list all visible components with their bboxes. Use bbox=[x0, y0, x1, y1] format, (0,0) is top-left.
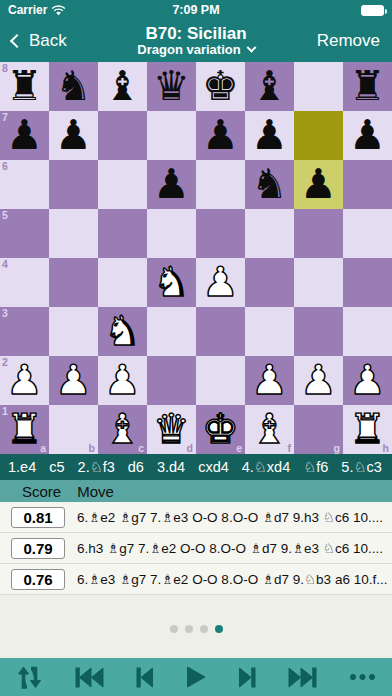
square-h7[interactable]: ♟ bbox=[343, 111, 392, 160]
score-column-header: Score bbox=[22, 483, 61, 500]
square-h1[interactable]: h♜ bbox=[343, 405, 392, 454]
square-d5[interactable] bbox=[147, 209, 196, 258]
back-label: Back bbox=[29, 31, 67, 51]
black-pawn[interactable]: ♟ bbox=[6, 111, 43, 160]
square-g8[interactable] bbox=[294, 62, 343, 111]
score-badge: 0.79 bbox=[11, 538, 65, 559]
square-g3[interactable] bbox=[294, 307, 343, 356]
black-pawn[interactable]: ♟ bbox=[153, 160, 190, 209]
score-badge: 0.81 bbox=[11, 507, 65, 528]
square-a1[interactable]: 1a♜ bbox=[0, 405, 49, 454]
square-g4[interactable] bbox=[294, 258, 343, 307]
square-b2[interactable]: ♟ bbox=[49, 356, 98, 405]
nav-bar: Back B70: Sicilian Dragon variation Remo… bbox=[0, 20, 392, 62]
square-e2[interactable] bbox=[196, 356, 245, 405]
step-back-button[interactable] bbox=[136, 667, 154, 688]
file-label: d bbox=[187, 443, 193, 454]
square-f1[interactable]: f♝ bbox=[245, 405, 294, 454]
rank-label: 7 bbox=[2, 112, 8, 123]
page-dot[interactable] bbox=[170, 625, 178, 633]
square-h6[interactable] bbox=[343, 160, 392, 209]
square-d4[interactable]: ♞ bbox=[147, 258, 196, 307]
square-e6[interactable] bbox=[196, 160, 245, 209]
playback-toolbar bbox=[0, 658, 392, 696]
white-pawn[interactable]: ♟ bbox=[349, 356, 386, 405]
white-king[interactable]: ♚ bbox=[202, 405, 239, 454]
page-dot[interactable] bbox=[185, 625, 193, 633]
rank-label: 2 bbox=[2, 357, 8, 368]
white-bishop[interactable]: ♝ bbox=[251, 405, 288, 454]
square-h4[interactable] bbox=[343, 258, 392, 307]
black-queen[interactable]: ♛ bbox=[153, 62, 190, 111]
square-f8[interactable]: ♝ bbox=[245, 62, 294, 111]
square-c5[interactable] bbox=[98, 209, 147, 258]
black-king[interactable]: ♚ bbox=[202, 62, 239, 111]
square-f3[interactable] bbox=[245, 307, 294, 356]
square-c7[interactable] bbox=[98, 111, 147, 160]
file-label: f bbox=[288, 443, 292, 454]
chevron-left-icon bbox=[10, 34, 24, 48]
move-token[interactable]: 4.♘xd4 bbox=[240, 458, 292, 476]
square-d6[interactable]: ♟ bbox=[147, 160, 196, 209]
move-token[interactable]: ♘f6 bbox=[301, 458, 330, 476]
move-token[interactable]: d6 bbox=[126, 458, 146, 476]
white-pawn[interactable]: ♟ bbox=[202, 258, 239, 307]
black-knight[interactable]: ♞ bbox=[251, 160, 288, 209]
white-bishop[interactable]: ♝ bbox=[104, 405, 141, 454]
clock: 7:09 PM bbox=[0, 3, 392, 17]
rank-label: 1 bbox=[2, 406, 8, 417]
square-e7[interactable]: ♟ bbox=[196, 111, 245, 160]
square-e1[interactable]: e♚ bbox=[196, 405, 245, 454]
back-button[interactable]: Back bbox=[12, 31, 67, 51]
square-f6[interactable]: ♞ bbox=[245, 160, 294, 209]
rank-label: 5 bbox=[2, 210, 8, 221]
black-pawn[interactable]: ♟ bbox=[55, 111, 92, 160]
move-list-bar: 1.e4c52.♘f3d63.d4cxd44.♘xd4♘f65.♘c3g6 bbox=[0, 454, 392, 480]
square-g2[interactable]: ♟ bbox=[294, 356, 343, 405]
square-c3[interactable]: ♞ bbox=[98, 307, 147, 356]
square-h5[interactable] bbox=[343, 209, 392, 258]
square-h2[interactable]: ♟ bbox=[343, 356, 392, 405]
square-h3[interactable] bbox=[343, 307, 392, 356]
white-knight[interactable]: ♞ bbox=[104, 307, 141, 356]
move-line-text: 6.♗e3 ♗g7 7.♗e2 O-O 8.O-O ♗d7 9.♘b3 a6 1… bbox=[77, 571, 392, 587]
white-pawn[interactable]: ♟ bbox=[300, 356, 337, 405]
chess-board: 8♜♞♝♛♚♝♜7♟♟♟♟♟6♟♞♟54♞♟3♞2♟♟♟♟♟♟1a♜bc♝d♛e… bbox=[0, 62, 392, 454]
candidate-line-row[interactable]: 0.766.♗e3 ♗g7 7.♗e2 O-O 8.O-O ♗d7 9.♘b3 … bbox=[0, 564, 392, 595]
move-token[interactable]: 1.e4 bbox=[6, 458, 38, 476]
square-a8[interactable]: 8♜ bbox=[0, 62, 49, 111]
move-column-header: Move bbox=[77, 483, 114, 500]
square-d7[interactable] bbox=[147, 111, 196, 160]
candidate-lines-table: 0.816.♗e2 ♗g7 7.♗e3 O-O 8.O-O ♗d7 9.h3 ♘… bbox=[0, 502, 392, 595]
flip-board-button[interactable] bbox=[16, 664, 43, 690]
square-a5[interactable]: 5 bbox=[0, 209, 49, 258]
square-d1[interactable]: d♛ bbox=[147, 405, 196, 454]
candidate-line-row[interactable]: 0.816.♗e2 ♗g7 7.♗e3 O-O 8.O-O ♗d7 9.h3 ♘… bbox=[0, 502, 392, 533]
square-g7[interactable] bbox=[294, 111, 343, 160]
battery-icon bbox=[361, 5, 384, 16]
square-e3[interactable] bbox=[196, 307, 245, 356]
chess-opening-app: Carrier 7:09 PM Back B70: Sicilian Drago… bbox=[0, 0, 392, 696]
page-dot[interactable] bbox=[200, 625, 208, 633]
move-token[interactable]: 5.♘c3 bbox=[339, 458, 383, 476]
square-a7[interactable]: 7♟ bbox=[0, 111, 49, 160]
black-rook[interactable]: ♜ bbox=[349, 62, 386, 111]
square-b5[interactable] bbox=[49, 209, 98, 258]
white-pawn[interactable]: ♟ bbox=[251, 356, 288, 405]
file-label: c bbox=[138, 443, 144, 454]
square-a3[interactable]: 3 bbox=[0, 307, 49, 356]
square-c4[interactable] bbox=[98, 258, 147, 307]
square-b8[interactable]: ♞ bbox=[49, 62, 98, 111]
square-d3[interactable] bbox=[147, 307, 196, 356]
more-options-button[interactable] bbox=[349, 672, 376, 682]
chevron-down-icon bbox=[246, 43, 256, 53]
square-d2[interactable] bbox=[147, 356, 196, 405]
square-e5[interactable] bbox=[196, 209, 245, 258]
score-badge: 0.76 bbox=[11, 569, 65, 590]
square-c8[interactable]: ♝ bbox=[98, 62, 147, 111]
table-header: Score Move bbox=[0, 480, 392, 502]
file-label: e bbox=[236, 443, 242, 454]
square-f7[interactable]: ♟ bbox=[245, 111, 294, 160]
square-g6[interactable]: ♟ bbox=[294, 160, 343, 209]
status-bar: Carrier 7:09 PM bbox=[0, 0, 392, 20]
file-label: h bbox=[383, 443, 389, 454]
white-pawn[interactable]: ♟ bbox=[6, 356, 43, 405]
square-a2[interactable]: 2♟ bbox=[0, 356, 49, 405]
square-g1[interactable]: g bbox=[294, 405, 343, 454]
square-a4[interactable]: 4 bbox=[0, 258, 49, 307]
black-bishop[interactable]: ♝ bbox=[251, 62, 288, 111]
square-g5[interactable] bbox=[294, 209, 343, 258]
square-c2[interactable]: ♟ bbox=[98, 356, 147, 405]
square-f5[interactable] bbox=[245, 209, 294, 258]
black-pawn[interactable]: ♟ bbox=[202, 111, 239, 160]
rank-label: 4 bbox=[2, 259, 8, 270]
step-forward-button[interactable] bbox=[238, 667, 256, 688]
black-pawn[interactable]: ♟ bbox=[349, 111, 386, 160]
square-c6[interactable] bbox=[98, 160, 147, 209]
white-queen[interactable]: ♛ bbox=[153, 405, 190, 454]
square-d8[interactable]: ♛ bbox=[147, 62, 196, 111]
move-token[interactable]: 3.d4 bbox=[155, 458, 187, 476]
file-label: a bbox=[40, 443, 46, 454]
white-pawn[interactable]: ♟ bbox=[104, 356, 141, 405]
skip-to-start-button[interactable] bbox=[75, 667, 104, 688]
square-c1[interactable]: c♝ bbox=[98, 405, 147, 454]
square-b1[interactable]: b bbox=[49, 405, 98, 454]
content-spacer bbox=[0, 595, 392, 658]
square-f2[interactable]: ♟ bbox=[245, 356, 294, 405]
black-knight[interactable]: ♞ bbox=[55, 62, 92, 111]
move-token[interactable]: cxd4 bbox=[196, 458, 231, 476]
white-pawn[interactable]: ♟ bbox=[55, 356, 92, 405]
move-line-text: 6.♗e2 ♗g7 7.♗e3 O-O 8.O-O ♗d7 9.h3 ♘c6 1… bbox=[77, 509, 392, 525]
black-pawn[interactable]: ♟ bbox=[300, 160, 337, 209]
rank-label: 3 bbox=[2, 308, 8, 319]
square-h8[interactable]: ♜ bbox=[343, 62, 392, 111]
square-e8[interactable]: ♚ bbox=[196, 62, 245, 111]
page-indicator[interactable] bbox=[170, 625, 223, 633]
file-label: b bbox=[89, 443, 95, 454]
move-token[interactable]: c5 bbox=[47, 458, 66, 476]
white-rook[interactable]: ♜ bbox=[349, 405, 386, 454]
remove-button[interactable]: Remove bbox=[317, 31, 380, 51]
skip-to-end-button[interactable] bbox=[288, 667, 317, 688]
variation-label: Dragon variation bbox=[137, 43, 240, 58]
black-pawn[interactable]: ♟ bbox=[251, 111, 288, 160]
move-token[interactable]: 2.♘f3 bbox=[76, 458, 117, 476]
black-rook[interactable]: ♜ bbox=[6, 62, 43, 111]
square-b3[interactable] bbox=[49, 307, 98, 356]
rank-label: 8 bbox=[2, 63, 8, 74]
move-line-text: 6.h3 ♗g7 7.♗e2 O-O 8.O-O ♗d7 9.♗e3 ♘c6 1… bbox=[77, 540, 392, 556]
white-knight[interactable]: ♞ bbox=[153, 258, 190, 307]
candidate-line-row[interactable]: 0.796.h3 ♗g7 7.♗e2 O-O 8.O-O ♗d7 9.♗e3 ♘… bbox=[0, 533, 392, 564]
play-button[interactable] bbox=[186, 666, 206, 688]
page-dot-active[interactable] bbox=[215, 625, 223, 633]
square-a6[interactable]: 6 bbox=[0, 160, 49, 209]
square-e4[interactable]: ♟ bbox=[196, 258, 245, 307]
square-f4[interactable] bbox=[245, 258, 294, 307]
black-bishop[interactable]: ♝ bbox=[104, 62, 141, 111]
file-label: g bbox=[334, 443, 340, 454]
white-rook[interactable]: ♜ bbox=[6, 405, 43, 454]
square-b4[interactable] bbox=[49, 258, 98, 307]
rank-label: 6 bbox=[2, 161, 8, 172]
square-b6[interactable] bbox=[49, 160, 98, 209]
square-b7[interactable]: ♟ bbox=[49, 111, 98, 160]
